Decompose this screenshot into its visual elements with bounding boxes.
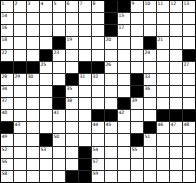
cell-r12c5[interactable]: 50 xyxy=(53,134,65,145)
cell-r13c15[interactable] xyxy=(183,147,195,158)
cell-r6c15[interactable]: 27 xyxy=(183,62,195,73)
cell-r11c14[interactable]: 47 xyxy=(170,122,182,133)
cell-r12c1[interactable]: 49 xyxy=(1,134,13,145)
clue-number-29: 29 xyxy=(15,74,20,79)
cell-r5c11[interactable] xyxy=(131,50,143,61)
clue-number-4: 4 xyxy=(41,1,44,6)
cell-r11c2[interactable]: 43 xyxy=(14,122,26,133)
cell-r5c7[interactable] xyxy=(79,50,91,61)
cell-r5c8[interactable] xyxy=(92,50,104,61)
cell-r1c3[interactable]: 3 xyxy=(27,1,39,12)
cell-r12c15[interactable] xyxy=(183,134,195,145)
cell-r2c11[interactable] xyxy=(131,13,143,24)
cell-r5c12[interactable]: 24 xyxy=(144,50,156,61)
cell-r9c7[interactable] xyxy=(79,98,91,109)
cell-r8c8[interactable] xyxy=(92,86,104,97)
cell-r6c11[interactable] xyxy=(131,62,143,73)
cell-r5c9[interactable] xyxy=(105,50,117,61)
cell-r7c5[interactable] xyxy=(53,74,65,85)
clue-number-2: 2 xyxy=(15,1,18,6)
cell-r4c14[interactable] xyxy=(170,37,182,48)
cell-r13c6[interactable] xyxy=(66,147,78,158)
cell-r4c7[interactable] xyxy=(79,37,91,48)
cell-r6c10[interactable] xyxy=(118,62,130,73)
clue-number-38: 38 xyxy=(67,98,72,103)
clue-number-58: 58 xyxy=(2,171,7,176)
clue-number-39: 39 xyxy=(132,98,137,103)
cell-r7c9[interactable] xyxy=(105,74,117,85)
cell-r15c5[interactable] xyxy=(53,171,65,182)
cell-r11c10[interactable] xyxy=(118,122,130,133)
black-cell-r7c11 xyxy=(131,74,143,85)
cell-r4c13[interactable]: 21 xyxy=(157,37,169,48)
clue-number-6: 6 xyxy=(67,1,70,6)
clue-number-7: 7 xyxy=(80,1,83,6)
black-cell-r4c12 xyxy=(144,37,156,48)
cell-r4c4[interactable] xyxy=(40,37,52,48)
cell-r13c3[interactable] xyxy=(27,147,39,158)
cell-r2c13[interactable] xyxy=(157,13,169,24)
cell-r3c11[interactable] xyxy=(131,25,143,36)
cell-r14c1[interactable]: 56 xyxy=(1,159,13,170)
black-cell-r6c7 xyxy=(79,62,91,73)
clue-number-23: 23 xyxy=(54,50,59,55)
clue-number-46: 46 xyxy=(158,122,163,127)
black-cell-r8c5 xyxy=(53,86,65,97)
cell-r10c2[interactable] xyxy=(14,110,26,121)
clue-number-49: 49 xyxy=(2,134,7,139)
cell-r3c6[interactable] xyxy=(66,25,78,36)
cell-r1c1[interactable]: 1 xyxy=(1,1,13,12)
cell-r1c8[interactable]: 8 xyxy=(92,1,104,12)
cell-r2c12[interactable] xyxy=(144,13,156,24)
cell-r15c15[interactable] xyxy=(183,171,195,182)
cell-r1c5[interactable]: 5 xyxy=(53,1,65,12)
cell-r1c14[interactable]: 12 xyxy=(170,1,182,12)
cell-r8c10[interactable] xyxy=(118,86,130,97)
cell-r14c5[interactable] xyxy=(53,159,65,170)
clue-number-19: 19 xyxy=(67,37,72,42)
cell-r1c7[interactable]: 7 xyxy=(79,1,91,12)
black-cell-r1c9 xyxy=(105,1,117,12)
cell-r6c5[interactable] xyxy=(53,62,65,73)
cell-r5c2[interactable] xyxy=(14,50,26,61)
cell-r7c2[interactable]: 29 xyxy=(14,74,26,85)
cell-r2c4[interactable] xyxy=(40,13,52,24)
cell-r14c9[interactable] xyxy=(105,159,117,170)
clue-number-52: 52 xyxy=(2,147,7,152)
black-cell-r6c1 xyxy=(1,62,13,73)
clue-number-31: 31 xyxy=(80,74,85,79)
clue-number-56: 56 xyxy=(2,159,7,164)
cell-r6c9[interactable]: 26 xyxy=(105,62,117,73)
clue-number-32: 32 xyxy=(93,74,98,79)
cell-r2c14[interactable] xyxy=(170,13,182,24)
cell-r15c11[interactable] xyxy=(131,171,143,182)
cell-r1c12[interactable]: 10 xyxy=(144,1,156,12)
clue-number-59: 59 xyxy=(93,171,98,176)
cell-r4c15[interactable] xyxy=(183,37,195,48)
cell-r5c6[interactable] xyxy=(66,50,78,61)
clue-number-3: 3 xyxy=(28,1,31,6)
clue-number-54: 54 xyxy=(93,147,98,152)
cell-r10c6[interactable] xyxy=(66,110,78,121)
cell-r9c2[interactable] xyxy=(14,98,26,109)
clue-number-40: 40 xyxy=(2,110,7,115)
cell-r15c2[interactable] xyxy=(14,171,26,182)
cell-r11c8[interactable]: 44 xyxy=(92,122,104,133)
cell-r9c9[interactable] xyxy=(105,98,117,109)
cell-r3c2[interactable] xyxy=(14,25,26,36)
cell-r6c14[interactable] xyxy=(170,62,182,73)
clue-number-30: 30 xyxy=(28,74,33,79)
cell-r5c14[interactable] xyxy=(170,50,182,61)
cell-r11c7[interactable] xyxy=(79,122,91,133)
cell-r1c2[interactable]: 2 xyxy=(14,1,26,12)
cell-r7c15[interactable] xyxy=(183,74,195,85)
cell-r6c13[interactable] xyxy=(157,62,169,73)
cell-r7c7[interactable]: 31 xyxy=(79,74,91,85)
black-cell-r10c8 xyxy=(92,110,104,121)
cell-r11c13[interactable]: 46 xyxy=(157,122,169,133)
black-cell-r10c13 xyxy=(157,110,169,121)
cell-r5c5[interactable]: 23 xyxy=(53,50,65,61)
clue-number-53: 53 xyxy=(41,147,46,152)
black-cell-r6c2 xyxy=(14,62,26,73)
cell-r4c10[interactable] xyxy=(118,37,130,48)
cell-r8c6[interactable]: 35 xyxy=(66,86,78,97)
cell-r2c15[interactable] xyxy=(183,13,195,24)
clue-number-22: 22 xyxy=(2,50,7,55)
black-cell-r3c9 xyxy=(105,25,117,36)
cell-r4c9[interactable]: 20 xyxy=(105,37,117,48)
clue-number-25: 25 xyxy=(41,62,46,67)
clue-number-21: 21 xyxy=(158,37,163,42)
cell-r10c11[interactable] xyxy=(131,110,143,121)
clue-number-48: 48 xyxy=(184,122,189,127)
cell-r10c1[interactable]: 40 xyxy=(1,110,13,121)
cell-r15c8[interactable]: 59 xyxy=(92,171,104,182)
cell-r10c7[interactable] xyxy=(79,110,91,121)
cell-r8c3[interactable] xyxy=(27,86,39,97)
clue-number-57: 57 xyxy=(93,159,98,164)
cell-r9c14[interactable] xyxy=(170,98,182,109)
cell-r12c12[interactable]: 51 xyxy=(144,134,156,145)
cell-r10c3[interactable] xyxy=(27,110,39,121)
cell-r5c1[interactable]: 22 xyxy=(1,50,13,61)
cell-r7c4[interactable] xyxy=(40,74,52,85)
cell-r15c10[interactable] xyxy=(118,171,130,182)
cell-r4c1[interactable]: 18 xyxy=(1,37,13,48)
cell-r8c7[interactable] xyxy=(79,86,91,97)
cell-r7c3[interactable]: 30 xyxy=(27,74,39,85)
cell-r8c1[interactable]: 34 xyxy=(1,86,13,97)
cell-r13c10[interactable] xyxy=(118,147,130,158)
cell-r7c14[interactable] xyxy=(170,74,182,85)
cell-r9c6[interactable]: 38 xyxy=(66,98,78,109)
black-cell-r8c11 xyxy=(131,86,143,97)
cell-r5c3[interactable] xyxy=(27,50,39,61)
clue-number-45: 45 xyxy=(106,122,111,127)
clue-number-35: 35 xyxy=(67,86,72,91)
cell-r11c15[interactable]: 48 xyxy=(183,122,195,133)
cell-r7c10[interactable] xyxy=(118,74,130,85)
cell-r8c13[interactable] xyxy=(157,86,169,97)
black-cell-r10c14 xyxy=(170,110,182,121)
cell-r10c10[interactable]: 42 xyxy=(118,110,130,121)
cell-r13c1[interactable]: 52 xyxy=(1,147,13,158)
clue-number-24: 24 xyxy=(145,50,150,55)
black-cell-r2c9 xyxy=(105,13,117,24)
clue-number-17: 17 xyxy=(119,25,124,30)
cell-r13c4[interactable]: 53 xyxy=(40,147,52,158)
cell-r14c14[interactable] xyxy=(170,159,182,170)
clue-number-55: 55 xyxy=(132,147,137,152)
cell-r8c2[interactable] xyxy=(14,86,26,97)
cell-r15c14[interactable] xyxy=(170,171,182,182)
cell-r1c11[interactable]: 9 xyxy=(131,1,143,12)
cell-r4c2[interactable] xyxy=(14,37,26,48)
cell-r1c15[interactable]: 13 xyxy=(183,1,195,12)
cell-r8c14[interactable] xyxy=(170,86,182,97)
cell-r6c12[interactable] xyxy=(144,62,156,73)
crossword-grid: 1234567891011121314151617181920212223242… xyxy=(0,0,196,183)
black-cell-r1c10 xyxy=(118,1,130,12)
cell-r2c2[interactable] xyxy=(14,13,26,24)
cell-r12c6[interactable] xyxy=(66,134,78,145)
clue-number-12: 12 xyxy=(171,1,176,6)
cell-r11c4[interactable] xyxy=(40,122,52,133)
cell-r14c12[interactable] xyxy=(144,159,156,170)
clue-number-44: 44 xyxy=(93,122,98,127)
cell-r14c3[interactable] xyxy=(27,159,39,170)
cell-r4c8[interactable] xyxy=(92,37,104,48)
cell-r4c6[interactable]: 19 xyxy=(66,37,78,48)
cell-r3c12[interactable] xyxy=(144,25,156,36)
cell-r12c13[interactable] xyxy=(157,134,169,145)
cell-r7c1[interactable]: 28 xyxy=(1,74,13,85)
cell-r9c12[interactable] xyxy=(144,98,156,109)
cell-r12c10[interactable] xyxy=(118,134,130,145)
cell-r2c1[interactable]: 14 xyxy=(1,13,13,24)
cell-r8c12[interactable]: 36 xyxy=(144,86,156,97)
cell-r6c6[interactable] xyxy=(66,62,78,73)
clue-number-47: 47 xyxy=(171,122,176,127)
cell-r13c11[interactable]: 55 xyxy=(131,147,143,158)
cell-r9c13[interactable] xyxy=(157,98,169,109)
cell-r6c4[interactable]: 25 xyxy=(40,62,52,73)
cell-r14c13[interactable] xyxy=(157,159,169,170)
cell-r11c3[interactable] xyxy=(27,122,39,133)
cell-r9c11[interactable]: 39 xyxy=(131,98,143,109)
clue-number-5: 5 xyxy=(54,1,57,6)
clue-number-42: 42 xyxy=(119,110,124,115)
black-cell-r15c6 xyxy=(66,171,78,182)
black-cell-r6c8 xyxy=(92,62,104,73)
black-cell-r5c4 xyxy=(40,50,52,61)
cell-r9c1[interactable]: 37 xyxy=(1,98,13,109)
cell-r13c8[interactable]: 54 xyxy=(92,147,104,158)
cell-r11c11[interactable] xyxy=(131,122,143,133)
cell-r9c8[interactable] xyxy=(92,98,104,109)
cell-r3c14[interactable] xyxy=(170,25,182,36)
cell-r10c4[interactable] xyxy=(40,110,52,121)
cell-r3c10[interactable]: 17 xyxy=(118,25,130,36)
cell-r13c13[interactable] xyxy=(157,147,169,158)
clue-number-50: 50 xyxy=(54,134,59,139)
cell-r7c13[interactable] xyxy=(157,74,169,85)
cell-r2c6[interactable] xyxy=(66,13,78,24)
cell-r14c4[interactable] xyxy=(40,159,52,170)
cell-r1c6[interactable]: 6 xyxy=(66,1,78,12)
clue-number-15: 15 xyxy=(119,13,124,18)
black-cell-r9c5 xyxy=(53,98,65,109)
cell-r11c5[interactable] xyxy=(53,122,65,133)
cell-r12c9[interactable] xyxy=(105,134,117,145)
black-cell-r11c1 xyxy=(1,122,13,133)
black-cell-r6c3 xyxy=(27,62,39,73)
cell-r3c7[interactable] xyxy=(79,25,91,36)
cell-r12c3[interactable] xyxy=(27,134,39,145)
clue-number-20: 20 xyxy=(106,37,111,42)
cell-r9c3[interactable] xyxy=(27,98,39,109)
cell-r13c5[interactable] xyxy=(53,147,65,158)
clue-number-36: 36 xyxy=(145,86,150,91)
clue-number-26: 26 xyxy=(106,62,111,67)
cell-r10c12[interactable] xyxy=(144,110,156,121)
cell-r15c3[interactable] xyxy=(27,171,39,182)
cell-r13c9[interactable] xyxy=(105,147,117,158)
clue-number-27: 27 xyxy=(184,62,189,67)
crossword-board: 1234567891011121314151617181920212223242… xyxy=(0,0,196,183)
black-cell-r7c6 xyxy=(66,74,78,85)
clue-number-43: 43 xyxy=(15,122,20,127)
clue-number-9: 9 xyxy=(132,1,135,6)
clue-number-13: 13 xyxy=(184,1,189,6)
black-cell-r10c15 xyxy=(183,110,195,121)
clue-number-34: 34 xyxy=(2,86,7,91)
cell-r9c4[interactable] xyxy=(40,98,52,109)
cell-r13c12[interactable] xyxy=(144,147,156,158)
cell-r4c11[interactable] xyxy=(131,37,143,48)
cell-r3c3[interactable] xyxy=(27,25,39,36)
clue-number-51: 51 xyxy=(145,134,150,139)
cell-r3c8[interactable] xyxy=(92,25,104,36)
cell-r3c13[interactable] xyxy=(157,25,169,36)
clue-number-33: 33 xyxy=(145,74,150,79)
cell-r3c1[interactable]: 16 xyxy=(1,25,13,36)
cell-r5c13[interactable] xyxy=(157,50,169,61)
black-cell-r9c10 xyxy=(118,98,130,109)
cell-r3c4[interactable] xyxy=(40,25,52,36)
black-cell-r13c7 xyxy=(79,147,91,158)
clue-number-28: 28 xyxy=(2,74,7,79)
black-cell-r14c7 xyxy=(79,159,91,170)
cell-r3c15[interactable] xyxy=(183,25,195,36)
cell-r15c1[interactable]: 58 xyxy=(1,171,13,182)
cell-r4c3[interactable] xyxy=(27,37,39,48)
black-cell-r11c12 xyxy=(144,122,156,133)
cell-r12c8[interactable] xyxy=(92,134,104,145)
clue-number-18: 18 xyxy=(2,37,7,42)
cell-r7c12[interactable]: 33 xyxy=(144,74,156,85)
cell-r14c6[interactable] xyxy=(66,159,78,170)
cell-r2c8[interactable] xyxy=(92,13,104,24)
cell-r8c4[interactable] xyxy=(40,86,52,97)
cell-r15c12[interactable] xyxy=(144,171,156,182)
clue-number-11: 11 xyxy=(158,1,163,6)
cell-r12c7[interactable] xyxy=(79,134,91,145)
black-cell-r15c7 xyxy=(79,171,91,182)
cell-r9c15[interactable] xyxy=(183,98,195,109)
cell-r14c2[interactable] xyxy=(14,159,26,170)
cell-r5c10[interactable] xyxy=(118,50,130,61)
cell-r7c8[interactable]: 32 xyxy=(92,74,104,85)
cell-r2c5[interactable] xyxy=(53,13,65,24)
black-cell-r4c5 xyxy=(53,37,65,48)
clue-number-1: 1 xyxy=(2,1,5,6)
clue-number-41: 41 xyxy=(54,110,59,115)
clue-number-16: 16 xyxy=(2,25,7,30)
cell-r3c5[interactable] xyxy=(53,25,65,36)
black-cell-r10c9 xyxy=(105,110,117,121)
black-cell-r12c11 xyxy=(131,134,143,145)
cell-r13c14[interactable] xyxy=(170,147,182,158)
clue-number-37: 37 xyxy=(2,98,7,103)
cell-r13c2[interactable] xyxy=(14,147,26,158)
cell-r12c14[interactable] xyxy=(170,134,182,145)
cell-r10c5[interactable]: 41 xyxy=(53,110,65,121)
cell-r8c15[interactable] xyxy=(183,86,195,97)
cell-r2c3[interactable] xyxy=(27,13,39,24)
clue-number-10: 10 xyxy=(145,1,150,6)
cell-r14c11[interactable] xyxy=(131,159,143,170)
clue-number-14: 14 xyxy=(2,13,7,18)
black-cell-r5c15 xyxy=(183,50,195,61)
cell-r11c6[interactable] xyxy=(66,122,78,133)
cell-r14c10[interactable] xyxy=(118,159,130,170)
cell-r8c9[interactable] xyxy=(105,86,117,97)
cell-r15c9[interactable] xyxy=(105,171,117,182)
cell-r2c7[interactable] xyxy=(79,13,91,24)
clue-number-8: 8 xyxy=(93,1,96,6)
cell-r12c2[interactable] xyxy=(14,134,26,145)
cell-r1c4[interactable]: 4 xyxy=(40,1,52,12)
cell-r11c9[interactable]: 45 xyxy=(105,122,117,133)
cell-r1c13[interactable]: 11 xyxy=(157,1,169,12)
cell-r15c13[interactable] xyxy=(157,171,169,182)
black-cell-r12c4 xyxy=(40,134,52,145)
cell-r15c4[interactable] xyxy=(40,171,52,182)
cell-r14c15[interactable] xyxy=(183,159,195,170)
cell-r14c8[interactable]: 57 xyxy=(92,159,104,170)
cell-r2c10[interactable]: 15 xyxy=(118,13,130,24)
